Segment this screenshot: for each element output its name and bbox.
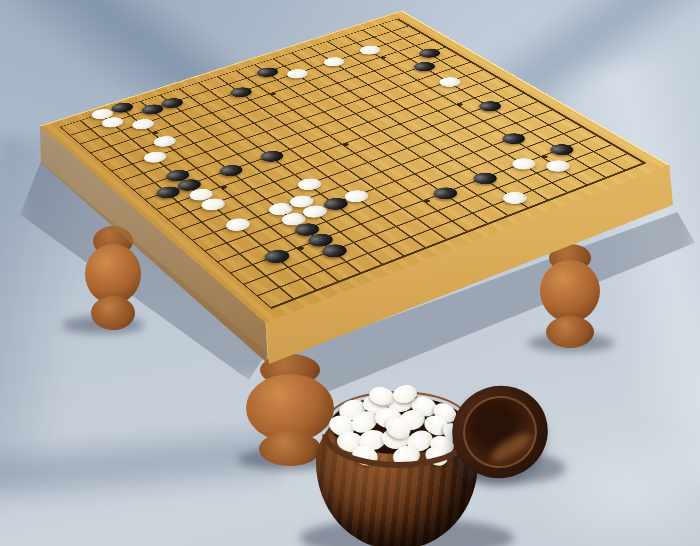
- hoshi-point: [455, 103, 463, 107]
- bowl-lid-hollow: [454, 386, 547, 477]
- hoshi-point: [151, 131, 159, 135]
- hoshi-point: [295, 246, 304, 251]
- hoshi-point: [219, 185, 227, 189]
- board-leg-right: [538, 244, 602, 348]
- hoshi-point: [422, 199, 431, 203]
- hoshi-point: [341, 143, 349, 147]
- scene-go-board-photo: [0, 0, 700, 546]
- lid-highlight: [488, 428, 535, 466]
- hoshi-point: [540, 155, 548, 159]
- board-leg-left: [84, 226, 142, 332]
- hoshi-point: [379, 56, 386, 59]
- fabric-fold: [0, 417, 282, 513]
- hoshi-point: [268, 92, 276, 96]
